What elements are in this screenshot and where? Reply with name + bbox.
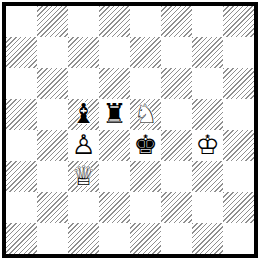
white-pawn-c4: ♟♙ bbox=[68, 130, 99, 161]
square-a3[interactable] bbox=[6, 161, 37, 192]
square-f3[interactable] bbox=[161, 161, 192, 192]
square-h7[interactable] bbox=[223, 37, 254, 68]
square-h2[interactable] bbox=[223, 192, 254, 223]
square-c4[interactable]: ♟♙ bbox=[68, 130, 99, 161]
square-e1[interactable] bbox=[130, 223, 161, 254]
square-a7[interactable] bbox=[6, 37, 37, 68]
square-h3[interactable] bbox=[223, 161, 254, 192]
square-f5[interactable] bbox=[161, 99, 192, 130]
piece-glyph: ♚ bbox=[133, 131, 157, 158]
square-g1[interactable] bbox=[192, 223, 223, 254]
square-f7[interactable] bbox=[161, 37, 192, 68]
square-c7[interactable] bbox=[68, 37, 99, 68]
square-c3[interactable]: ♛♕ bbox=[68, 161, 99, 192]
piece-glyph: ♘ bbox=[133, 100, 157, 127]
white-king-g4: ♚♔ bbox=[192, 130, 223, 161]
piece-glyph: ♔ bbox=[195, 131, 219, 158]
square-c2[interactable] bbox=[68, 192, 99, 223]
square-b1[interactable] bbox=[37, 223, 68, 254]
square-e8[interactable] bbox=[130, 6, 161, 37]
square-c8[interactable] bbox=[68, 6, 99, 37]
square-d4[interactable] bbox=[99, 130, 130, 161]
black-rook-d5: ♜♜ bbox=[99, 99, 130, 130]
square-f8[interactable] bbox=[161, 6, 192, 37]
square-e5[interactable]: ♞♘ bbox=[130, 99, 161, 130]
white-queen-c3: ♛♕ bbox=[68, 161, 99, 192]
square-d3[interactable] bbox=[99, 161, 130, 192]
square-b2[interactable] bbox=[37, 192, 68, 223]
square-h4[interactable] bbox=[223, 130, 254, 161]
square-g2[interactable] bbox=[192, 192, 223, 223]
square-d8[interactable] bbox=[99, 6, 130, 37]
square-d7[interactable] bbox=[99, 37, 130, 68]
square-g5[interactable] bbox=[192, 99, 223, 130]
square-a8[interactable] bbox=[6, 6, 37, 37]
square-b5[interactable] bbox=[37, 99, 68, 130]
square-e2[interactable] bbox=[130, 192, 161, 223]
piece-glyph: ♜ bbox=[102, 100, 126, 127]
white-knight-e5: ♞♘ bbox=[130, 99, 161, 130]
piece-glyph: ♕ bbox=[71, 162, 95, 189]
square-e3[interactable] bbox=[130, 161, 161, 192]
square-d2[interactable] bbox=[99, 192, 130, 223]
square-b3[interactable] bbox=[37, 161, 68, 192]
square-d6[interactable] bbox=[99, 68, 130, 99]
square-f4[interactable] bbox=[161, 130, 192, 161]
chess-board: ♝♝♜♜♞♘♟♙♚♚♚♔♛♕ bbox=[6, 6, 254, 254]
square-g7[interactable] bbox=[192, 37, 223, 68]
square-e6[interactable] bbox=[130, 68, 161, 99]
chess-board-frame: ♝♝♜♜♞♘♟♙♚♚♚♔♛♕ bbox=[2, 2, 258, 258]
square-g8[interactable] bbox=[192, 6, 223, 37]
square-b8[interactable] bbox=[37, 6, 68, 37]
square-e4[interactable]: ♚♚ bbox=[130, 130, 161, 161]
square-g3[interactable] bbox=[192, 161, 223, 192]
square-g6[interactable] bbox=[192, 68, 223, 99]
square-h5[interactable] bbox=[223, 99, 254, 130]
square-h6[interactable] bbox=[223, 68, 254, 99]
square-h1[interactable] bbox=[223, 223, 254, 254]
square-c5[interactable]: ♝♝ bbox=[68, 99, 99, 130]
square-a4[interactable] bbox=[6, 130, 37, 161]
square-c1[interactable] bbox=[68, 223, 99, 254]
piece-glyph: ♙ bbox=[71, 131, 95, 158]
square-c6[interactable] bbox=[68, 68, 99, 99]
square-b4[interactable] bbox=[37, 130, 68, 161]
piece-glyph: ♝ bbox=[71, 100, 95, 127]
square-d5[interactable]: ♜♜ bbox=[99, 99, 130, 130]
square-d1[interactable] bbox=[99, 223, 130, 254]
square-b6[interactable] bbox=[37, 68, 68, 99]
black-bishop-c5: ♝♝ bbox=[68, 99, 99, 130]
square-a1[interactable] bbox=[6, 223, 37, 254]
square-f6[interactable] bbox=[161, 68, 192, 99]
square-a2[interactable] bbox=[6, 192, 37, 223]
square-a5[interactable] bbox=[6, 99, 37, 130]
square-h8[interactable] bbox=[223, 6, 254, 37]
square-g4[interactable]: ♚♔ bbox=[192, 130, 223, 161]
square-f1[interactable] bbox=[161, 223, 192, 254]
square-e7[interactable] bbox=[130, 37, 161, 68]
square-b7[interactable] bbox=[37, 37, 68, 68]
black-king-e4: ♚♚ bbox=[130, 130, 161, 161]
square-a6[interactable] bbox=[6, 68, 37, 99]
square-f2[interactable] bbox=[161, 192, 192, 223]
